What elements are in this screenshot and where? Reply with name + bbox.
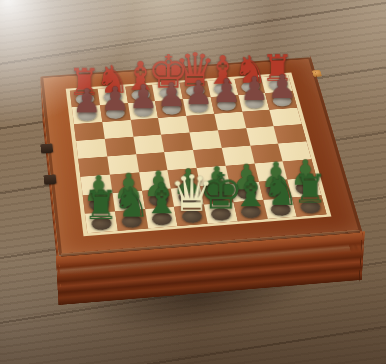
square-g7[interactable]: ♟ xyxy=(238,93,270,112)
square-a5[interactable] xyxy=(76,139,107,159)
piece-red-pawn-e7[interactable]: ♟ xyxy=(184,76,214,109)
photo-scene: ♜♞♝♚♛♝♞♜♟♟♟♟♟♟♟♟♟♟♟♟♟♟♟♟♜♞♝♛♚♝♞♜ xyxy=(0,0,386,364)
square-f6[interactable] xyxy=(214,112,246,131)
square-f7[interactable]: ♟ xyxy=(210,95,241,114)
square-d7[interactable]: ♟ xyxy=(155,99,186,118)
square-h7[interactable]: ♟ xyxy=(265,91,297,109)
piece-red-pawn-c7[interactable]: ♟ xyxy=(128,80,158,113)
square-f5[interactable] xyxy=(218,128,250,147)
piece-red-pawn-d7[interactable]: ♟ xyxy=(156,78,186,111)
square-a1[interactable]: ♜ xyxy=(85,212,118,234)
box-lid: ♜♞♝♚♛♝♞♜♟♟♟♟♟♟♟♟♟♟♟♟♟♟♟♟♜♞♝♛♚♝♞♜ xyxy=(40,57,362,256)
square-e7[interactable]: ♟ xyxy=(183,97,214,116)
square-e5[interactable] xyxy=(190,131,222,150)
square-h5[interactable] xyxy=(274,124,307,143)
clasp-icon xyxy=(312,70,322,77)
piece-red-pawn-h7[interactable]: ♟ xyxy=(267,70,297,103)
piece-green-rook-a1[interactable]: ♜ xyxy=(84,185,120,225)
square-d5[interactable] xyxy=(161,133,193,153)
chess-box: ♜♞♝♚♛♝♞♜♟♟♟♟♟♟♟♟♟♟♟♟♟♟♟♟♜♞♝♛♚♝♞♜ xyxy=(40,57,362,256)
square-c5[interactable] xyxy=(133,135,164,155)
piece-red-pawn-g7[interactable]: ♟ xyxy=(239,72,269,105)
hinge-icon xyxy=(43,174,56,184)
square-b7[interactable]: ♟ xyxy=(100,103,130,122)
square-b5[interactable] xyxy=(105,137,136,157)
square-g6[interactable] xyxy=(242,109,274,128)
square-a6[interactable] xyxy=(74,122,105,141)
square-e6[interactable] xyxy=(186,114,218,133)
square-h6[interactable] xyxy=(270,107,302,126)
piece-red-pawn-b7[interactable]: ♟ xyxy=(100,82,130,115)
square-g5[interactable] xyxy=(246,126,278,145)
square-a7[interactable]: ♟ xyxy=(72,105,102,124)
square-c7[interactable]: ♟ xyxy=(127,101,158,120)
square-b1[interactable]: ♞ xyxy=(115,209,148,231)
square-c6[interactable] xyxy=(130,118,161,137)
square-b6[interactable] xyxy=(102,120,133,139)
chess-board[interactable]: ♜♞♝♚♛♝♞♜♟♟♟♟♟♟♟♟♟♟♟♟♟♟♟♟♜♞♝♛♚♝♞♜ xyxy=(66,72,332,236)
piece-red-pawn-a7[interactable]: ♟ xyxy=(72,84,102,117)
hinge-icon xyxy=(40,143,53,153)
piece-red-pawn-f7[interactable]: ♟ xyxy=(212,74,242,107)
square-d6[interactable] xyxy=(158,116,189,135)
